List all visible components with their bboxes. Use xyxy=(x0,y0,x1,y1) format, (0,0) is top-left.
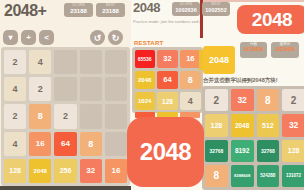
bottom-bar xyxy=(0,186,131,190)
board-2048plus[interactable]: 244228241664812820482563216 xyxy=(1,47,130,186)
restart-button[interactable]: ↻ xyxy=(108,30,123,45)
clipped-column-tile xyxy=(199,50,203,70)
restart-link[interactable]: RESTART xyxy=(134,40,163,46)
tile-32: 32 xyxy=(282,114,304,136)
tile-2: 2 xyxy=(205,89,228,111)
tile-8: 8 xyxy=(29,104,51,128)
tile-32: 32 xyxy=(157,50,177,69)
tile-8192: 8192 xyxy=(231,140,254,162)
empty-cell xyxy=(54,77,76,101)
new-game-button[interactable]: + xyxy=(21,30,36,45)
tile-8: 8 xyxy=(180,71,200,90)
score-value: 1002636 xyxy=(172,7,200,13)
plus-icon: + xyxy=(26,33,31,42)
empty-cell xyxy=(54,50,76,74)
tile-8: 8 xyxy=(80,132,102,156)
tile-512: 512 xyxy=(257,114,280,136)
empty-cell xyxy=(105,104,127,128)
subtitle: Practice mode: join the numbers and get … xyxy=(133,19,203,24)
logo-tile: 2048 xyxy=(203,46,235,74)
tile-2: 2 xyxy=(54,104,76,128)
best-value: 16226936 xyxy=(271,47,299,53)
tile-8388608: 8388608 xyxy=(231,165,254,187)
best-box: 最高分 16226936 xyxy=(271,42,299,58)
app-icon-2048: 2048 xyxy=(127,117,204,187)
score-box: SCORE 1002636 xyxy=(172,2,200,16)
tile-2: 2 xyxy=(4,104,26,128)
empty-cell xyxy=(80,104,102,128)
tile-2: 2 xyxy=(4,50,26,74)
empty-cell xyxy=(80,50,102,74)
tile-32768: 32768 xyxy=(257,140,280,162)
tile-4: 4 xyxy=(4,77,26,101)
tile-4: 4 xyxy=(180,92,200,111)
tile-8: 8 xyxy=(205,165,228,187)
page-title: 2048+ xyxy=(4,2,46,20)
chevron-down-icon: ▾ xyxy=(8,33,12,42)
tile-2: 2 xyxy=(29,77,51,101)
tile-32: 32 xyxy=(80,159,102,183)
tile-64: 64 xyxy=(157,71,177,90)
tile-4: 4 xyxy=(4,132,26,156)
tile-32768: 32768 xyxy=(205,140,228,162)
undo-button[interactable]: ↺ xyxy=(90,30,105,45)
empty-cell xyxy=(105,132,127,156)
score-value: 23188 xyxy=(64,8,93,14)
score-value: 16226936 xyxy=(240,47,267,53)
page-title: 2048 xyxy=(133,0,160,15)
tile-16: 16 xyxy=(29,132,51,156)
tile-32: 32 xyxy=(231,89,254,111)
tile-16: 16 xyxy=(105,159,127,183)
best-box: BEST 23188 xyxy=(96,3,125,17)
share-icon: < xyxy=(44,33,49,42)
tile-1024: 1024 xyxy=(135,92,155,111)
restart-icon: ↻ xyxy=(112,33,120,43)
share-button[interactable]: < xyxy=(39,30,54,45)
tile-64: 64 xyxy=(54,132,76,156)
tile-2048: 2048 xyxy=(231,114,254,136)
tile-131072: 131072 xyxy=(282,165,304,187)
empty-cell xyxy=(80,77,102,101)
instruction-text: 合并这些数字以得到2048方块! xyxy=(203,77,304,84)
board-practice[interactable]: 655363216204864810241284 xyxy=(132,47,203,113)
undo-icon: ↺ xyxy=(94,33,102,43)
tile-128: 128 xyxy=(157,92,177,111)
tile-2048: 2048 xyxy=(29,159,51,183)
score-box: 分数 16226936 xyxy=(240,42,267,58)
tile-16: 16 xyxy=(180,50,200,69)
tile-128: 128 xyxy=(282,140,304,162)
board-chinese[interactable]: 2328212820485123232768819232768128883886… xyxy=(202,86,304,190)
panel-2048plus: 2048+ SCORE 23188 BEST 23188 ▾ + < ↺ ↻ 2… xyxy=(0,0,131,190)
empty-cell xyxy=(105,77,127,101)
tile-128: 128 xyxy=(205,114,228,136)
empty-cell xyxy=(105,50,127,74)
collapse-button[interactable]: ▾ xyxy=(3,30,18,45)
best-value: 1002552 xyxy=(202,7,230,13)
best-box: BEST 1002552 xyxy=(202,2,230,16)
tile-2: 2 xyxy=(282,89,304,111)
tile-128: 128 xyxy=(4,159,26,183)
score-box: SCORE 23188 xyxy=(64,3,93,17)
tile-65536: 65536 xyxy=(135,50,155,69)
tile-4: 4 xyxy=(29,50,51,74)
best-value: 23188 xyxy=(96,8,125,14)
tile-524288: 524288 xyxy=(257,165,280,187)
app-icon-2048-top: 2048 xyxy=(237,5,304,34)
tile-8: 8 xyxy=(257,89,280,111)
tile-256: 256 xyxy=(54,159,76,183)
tile-2048: 2048 xyxy=(135,71,155,90)
screenshot-collage: { "game": "2048", "position": { "board_2… xyxy=(0,0,304,190)
